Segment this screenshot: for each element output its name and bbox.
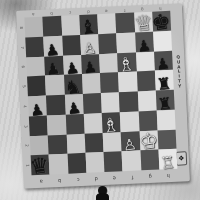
file-label: a [39, 179, 42, 184]
square-d6[interactable]: ♟ [81, 54, 100, 75]
square-d4[interactable] [83, 93, 102, 114]
square-b6[interactable]: ♟ [44, 55, 63, 76]
brand-letter: Y [178, 84, 181, 89]
square-h5[interactable]: ♜ [155, 70, 174, 91]
square-h3[interactable] [156, 110, 175, 131]
square-f1[interactable] [122, 151, 141, 172]
square-a3[interactable] [29, 115, 48, 136]
rank-label: 5 [21, 85, 25, 88]
square-a7[interactable] [25, 36, 44, 57]
rank-label: 8 [19, 26, 23, 29]
square-b4[interactable] [46, 95, 65, 116]
captured-pawn-body [96, 193, 109, 200]
square-f5[interactable] [118, 72, 137, 93]
square-e4[interactable] [101, 92, 120, 113]
square-d7[interactable]: ♙ [80, 34, 99, 55]
square-d1[interactable] [85, 152, 104, 173]
club-emblem-icon: ❖ [176, 151, 188, 165]
square-g2[interactable]: ♔ [139, 130, 158, 151]
square-c6[interactable]: ♟ [63, 54, 82, 75]
square-e8[interactable] [97, 13, 116, 34]
square-a6[interactable] [26, 56, 45, 77]
file-label: e [113, 176, 116, 181]
file-label: f [124, 7, 126, 11]
file-label: e [105, 8, 108, 12]
white-rook-piece[interactable]: ♖ [157, 154, 177, 172]
square-e5[interactable] [100, 73, 119, 94]
square-d2[interactable] [84, 133, 103, 154]
square-f6[interactable]: ♗ [117, 52, 136, 73]
square-e2[interactable] [103, 132, 122, 153]
brand-text: QUALITY [173, 55, 185, 89]
square-h1[interactable]: ♖ [158, 149, 177, 170]
square-b2[interactable] [48, 134, 67, 155]
square-d8[interactable]: ♝ [79, 14, 98, 35]
board-frame: abcdefgh ♝♕♚♟♙♟♟♟♟♗♟♞♜♟♟♜♗♙♔♛♖ abcdefgh … [16, 3, 190, 188]
square-e7[interactable] [98, 33, 117, 54]
file-label: a [32, 12, 35, 16]
square-f7[interactable] [116, 32, 135, 53]
file-label: b [50, 11, 53, 15]
square-h7[interactable] [153, 31, 172, 52]
square-b1[interactable] [49, 154, 68, 175]
board-grid: ♝♕♚♟♙♟♟♟♟♗♟♞♜♟♟♜♗♙♔♛♖ [24, 11, 177, 175]
file-label: h [167, 173, 170, 178]
square-e1[interactable] [104, 151, 123, 172]
captured-black-pawn[interactable] [96, 186, 109, 200]
square-f2[interactable]: ♙ [121, 131, 140, 152]
square-c4[interactable]: ♟ [64, 94, 83, 115]
square-c1[interactable] [67, 153, 86, 174]
square-g1[interactable] [140, 150, 159, 171]
square-h8[interactable]: ♚ [152, 11, 171, 32]
square-h4[interactable]: ♜ [156, 90, 175, 111]
square-a8[interactable] [24, 17, 43, 38]
rank-label: 4 [22, 105, 26, 108]
square-e3[interactable]: ♗ [102, 112, 121, 133]
file-label: c [76, 177, 79, 182]
square-g5[interactable] [136, 71, 155, 92]
square-b8[interactable] [43, 16, 62, 37]
square-a1[interactable]: ♛ [31, 155, 50, 176]
square-d3[interactable] [84, 113, 103, 134]
square-b5[interactable] [45, 75, 64, 96]
square-g7[interactable]: ♟ [135, 31, 154, 52]
square-c5[interactable]: ♞ [64, 74, 83, 95]
rank-label: 1 [25, 164, 29, 167]
square-f4[interactable] [119, 91, 138, 112]
square-c2[interactable] [66, 133, 85, 154]
square-b7[interactable]: ♟ [43, 36, 62, 57]
square-g4[interactable] [137, 91, 156, 112]
rank-label: 2 [24, 145, 28, 148]
square-c3[interactable] [65, 114, 84, 135]
file-label: b [58, 178, 61, 183]
rank-label: 6 [21, 66, 25, 69]
file-label: d [94, 176, 97, 181]
file-label: f [131, 175, 133, 180]
chess-board: abcdefgh ♝♕♚♟♙♟♟♟♟♗♟♞♜♟♟♜♗♙♔♛♖ abcdefgh … [16, 3, 190, 188]
square-c7[interactable] [62, 35, 81, 56]
square-f3[interactable] [120, 111, 139, 132]
square-a5[interactable] [27, 76, 46, 97]
square-h2[interactable] [157, 129, 176, 150]
square-g6[interactable] [136, 51, 155, 72]
square-h6[interactable]: ♟ [154, 50, 173, 71]
rank-label: 3 [23, 125, 27, 128]
chessboard-photo: abcdefgh ♝♕♚♟♙♟♟♟♟♗♟♞♜♟♟♜♗♙♔♛♖ abcdefgh … [0, 0, 200, 200]
rank-label: 7 [20, 46, 24, 49]
black-queen-piece[interactable]: ♛ [29, 155, 50, 178]
square-f8[interactable] [116, 13, 135, 34]
square-a4[interactable]: ♟ [28, 96, 47, 117]
square-d5[interactable] [82, 73, 101, 94]
square-b3[interactable] [47, 114, 66, 135]
file-label: c [69, 10, 71, 14]
file-label: g [148, 174, 151, 179]
file-label: d [87, 9, 90, 13]
